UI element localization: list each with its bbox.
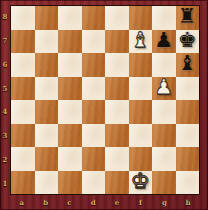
square-e1[interactable] (105, 171, 129, 195)
rank-label-1: 1 (0, 171, 10, 195)
square-g4[interactable] (152, 100, 176, 124)
square-g1[interactable] (152, 171, 176, 195)
square-b4[interactable] (35, 100, 59, 124)
square-h5[interactable] (176, 77, 200, 101)
square-h6[interactable]: ♝ (176, 53, 200, 77)
file-label-h: h (176, 196, 200, 209)
square-h2[interactable] (176, 147, 200, 171)
file-label-a: a (10, 196, 34, 209)
chess-board[interactable]: ♜♝♟♚♝♟♚ (10, 5, 200, 195)
square-f2[interactable] (129, 147, 153, 171)
square-d2[interactable] (82, 147, 106, 171)
square-c7[interactable] (58, 30, 82, 54)
rank-label-6: 6 (0, 53, 10, 77)
rank-label-7: 7 (0, 29, 10, 53)
rank-label-5: 5 (0, 76, 10, 100)
square-c8[interactable] (58, 6, 82, 30)
square-e5[interactable] (105, 77, 129, 101)
square-b7[interactable] (35, 30, 59, 54)
square-b5[interactable] (35, 77, 59, 101)
square-c6[interactable] (58, 53, 82, 77)
file-labels: abcdefgh (10, 196, 200, 209)
square-b2[interactable] (35, 147, 59, 171)
square-a8[interactable] (11, 6, 35, 30)
rank-label-3: 3 (0, 124, 10, 148)
square-a4[interactable] (11, 100, 35, 124)
piece-black-pawn[interactable]: ♟ (154, 30, 173, 51)
square-h1[interactable] (176, 171, 200, 195)
square-c2[interactable] (58, 147, 82, 171)
chess-board-frame: 87654321 ♜♝♟♚♝♟♚ abcdefgh (0, 0, 208, 210)
square-h4[interactable] (176, 100, 200, 124)
square-e6[interactable] (105, 53, 129, 77)
square-a3[interactable] (11, 124, 35, 148)
square-a2[interactable] (11, 147, 35, 171)
square-c1[interactable] (58, 171, 82, 195)
square-g6[interactable] (152, 53, 176, 77)
file-label-b: b (34, 196, 58, 209)
square-f8[interactable] (129, 6, 153, 30)
square-g5[interactable]: ♟ (152, 77, 176, 101)
rank-labels: 87654321 (0, 5, 10, 195)
square-c3[interactable] (58, 124, 82, 148)
square-e3[interactable] (105, 124, 129, 148)
file-label-f: f (129, 196, 153, 209)
file-label-e: e (105, 196, 129, 209)
square-d5[interactable] (82, 77, 106, 101)
piece-black-bishop[interactable]: ♝ (178, 53, 197, 74)
square-d3[interactable] (82, 124, 106, 148)
square-f6[interactable] (129, 53, 153, 77)
square-b8[interactable] (35, 6, 59, 30)
square-f3[interactable] (129, 124, 153, 148)
square-f7[interactable]: ♝ (129, 30, 153, 54)
rank-label-4: 4 (0, 100, 10, 124)
square-d1[interactable] (82, 171, 106, 195)
square-a5[interactable] (11, 77, 35, 101)
square-e7[interactable] (105, 30, 129, 54)
rank-label-8: 8 (0, 5, 10, 29)
piece-white-king[interactable]: ♚ (131, 171, 150, 192)
square-g7[interactable]: ♟ (152, 30, 176, 54)
piece-black-king[interactable]: ♚ (178, 30, 197, 51)
square-e2[interactable] (105, 147, 129, 171)
square-d6[interactable] (82, 53, 106, 77)
square-g3[interactable] (152, 124, 176, 148)
square-h8[interactable]: ♜ (176, 6, 200, 30)
square-d7[interactable] (82, 30, 106, 54)
square-a1[interactable] (11, 171, 35, 195)
piece-white-pawn[interactable]: ♟ (154, 77, 173, 98)
piece-white-bishop[interactable]: ♝ (131, 30, 150, 51)
square-h3[interactable] (176, 124, 200, 148)
square-f4[interactable] (129, 100, 153, 124)
square-e4[interactable] (105, 100, 129, 124)
square-a7[interactable] (11, 30, 35, 54)
square-c4[interactable] (58, 100, 82, 124)
square-d4[interactable] (82, 100, 106, 124)
square-a6[interactable] (11, 53, 35, 77)
square-f1[interactable]: ♚ (129, 171, 153, 195)
piece-black-rook[interactable]: ♜ (178, 6, 197, 27)
file-label-c: c (58, 196, 82, 209)
file-label-g: g (153, 196, 177, 209)
square-d8[interactable] (82, 6, 106, 30)
square-h7[interactable]: ♚ (176, 30, 200, 54)
square-f5[interactable] (129, 77, 153, 101)
square-b3[interactable] (35, 124, 59, 148)
square-g2[interactable] (152, 147, 176, 171)
file-label-d: d (81, 196, 105, 209)
rank-label-2: 2 (0, 148, 10, 172)
square-g8[interactable] (152, 6, 176, 30)
square-b1[interactable] (35, 171, 59, 195)
square-b6[interactable] (35, 53, 59, 77)
square-c5[interactable] (58, 77, 82, 101)
square-e8[interactable] (105, 6, 129, 30)
